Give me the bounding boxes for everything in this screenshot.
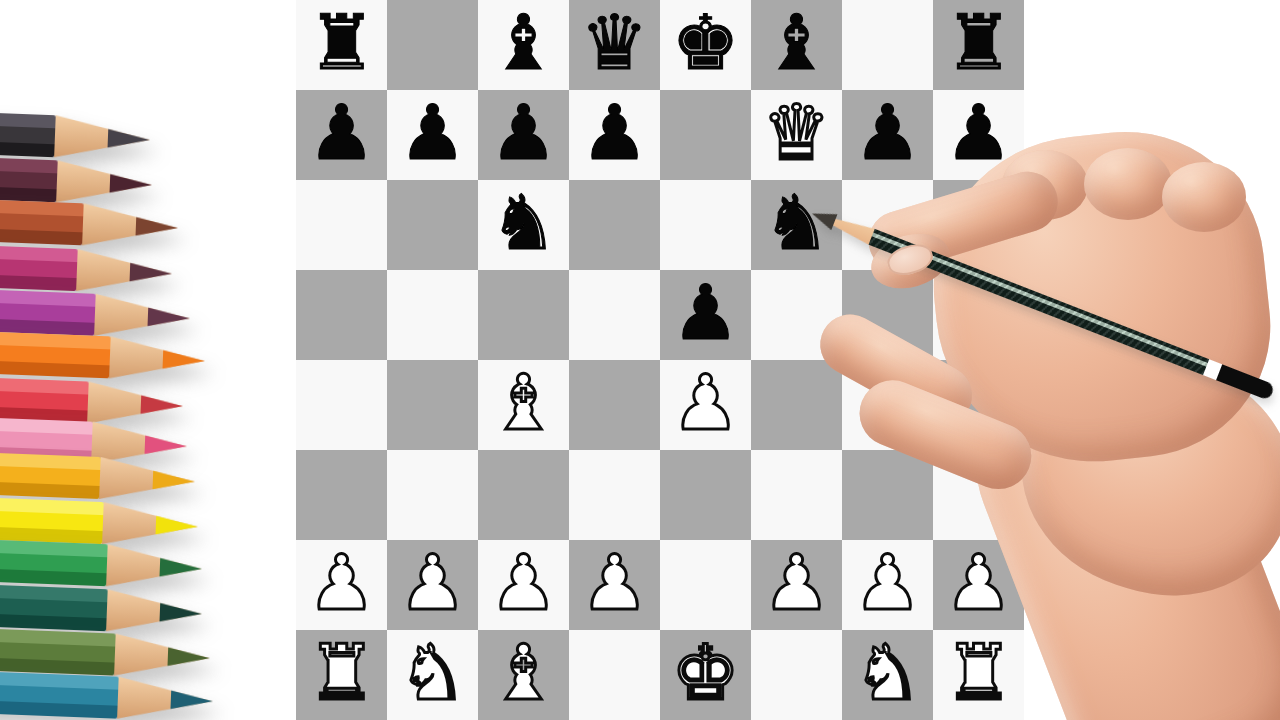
square-c3[interactable] [478, 450, 569, 540]
square-c1[interactable]: ♝ [478, 630, 569, 720]
square-g3[interactable] [842, 450, 933, 540]
square-f7[interactable]: ♛ [751, 90, 842, 180]
white-pawn: ♟ [580, 545, 648, 621]
hand-knuckle-3 [1162, 162, 1246, 232]
colored-pencil-teal-blue [0, 671, 214, 720]
square-a8[interactable]: ♜ [296, 0, 387, 90]
square-c5[interactable] [478, 270, 569, 360]
black-pawn: ♟ [489, 95, 557, 171]
white-king: ♚ [671, 635, 739, 711]
square-b1[interactable]: ♞ [387, 630, 478, 720]
colored-pencil-olive [0, 628, 211, 679]
pencil-tip [109, 336, 206, 382]
square-d1[interactable] [569, 630, 660, 720]
square-d4[interactable] [569, 360, 660, 450]
hand-knuckle-2 [1084, 148, 1172, 220]
square-b3[interactable] [387, 450, 478, 540]
white-bishop: ♝ [489, 365, 557, 441]
square-e7[interactable] [660, 90, 751, 180]
pencil-tip [82, 203, 179, 249]
white-rook: ♜ [307, 635, 375, 711]
square-a1[interactable]: ♜ [296, 630, 387, 720]
colored-pencil-amber [0, 452, 196, 503]
square-b4[interactable] [387, 360, 478, 450]
pencil-tip [102, 502, 199, 548]
pencil-body [0, 289, 96, 336]
square-h1[interactable]: ♜ [933, 630, 1024, 720]
pencil-body [0, 452, 101, 499]
square-e8[interactable]: ♚ [660, 0, 751, 90]
black-pawn: ♟ [853, 95, 921, 171]
pencil-body [0, 497, 104, 544]
colored-pencil-maroon [0, 157, 153, 206]
square-g8[interactable] [842, 0, 933, 90]
square-f4[interactable] [751, 360, 842, 450]
square-a5[interactable] [296, 270, 387, 360]
pencil-tip [87, 382, 184, 428]
square-e3[interactable] [660, 450, 751, 540]
square-d3[interactable] [569, 450, 660, 540]
black-pawn: ♟ [398, 95, 466, 171]
colored-pencil-rust [0, 199, 179, 249]
pencil-tip [54, 115, 151, 161]
square-f1[interactable] [751, 630, 842, 720]
square-g2[interactable]: ♟ [842, 540, 933, 630]
pencil-tip [94, 294, 191, 340]
square-a4[interactable] [296, 360, 387, 450]
square-e5[interactable]: ♟ [660, 270, 751, 360]
black-king: ♚ [671, 5, 739, 81]
pencil-body [0, 671, 119, 719]
square-b8[interactable] [387, 0, 478, 90]
pencil-tip [56, 160, 153, 206]
colored-pencil-black [0, 112, 151, 161]
square-d8[interactable]: ♛ [569, 0, 660, 90]
pencil-tip [99, 457, 196, 503]
pencil-body [0, 331, 111, 378]
black-knight: ♞ [489, 185, 557, 261]
colored-pencil-dark-teal [0, 584, 203, 635]
black-bishop: ♝ [762, 5, 830, 81]
black-pawn: ♟ [307, 95, 375, 171]
square-f2[interactable]: ♟ [751, 540, 842, 630]
square-b2[interactable]: ♟ [387, 540, 478, 630]
square-e2[interactable] [660, 540, 751, 630]
square-h8[interactable]: ♜ [933, 0, 1024, 90]
square-c2[interactable]: ♟ [478, 540, 569, 630]
black-pawn: ♟ [580, 95, 648, 171]
colored-pencil-green [0, 539, 203, 590]
square-d7[interactable]: ♟ [569, 90, 660, 180]
black-queen: ♛ [580, 5, 648, 81]
colored-pencil-orange [0, 331, 206, 382]
black-bishop: ♝ [489, 5, 557, 81]
pencil-tip [114, 634, 211, 680]
square-d2[interactable]: ♟ [569, 540, 660, 630]
pencil-body [0, 584, 108, 631]
pencil-body [0, 157, 58, 202]
square-c6[interactable]: ♞ [478, 180, 569, 270]
square-a7[interactable]: ♟ [296, 90, 387, 180]
pencil-body [0, 628, 116, 676]
white-pawn: ♟ [853, 545, 921, 621]
colored-pencil-magenta [0, 245, 173, 295]
square-c8[interactable]: ♝ [478, 0, 569, 90]
white-rook: ♜ [944, 635, 1012, 711]
white-pawn: ♟ [944, 545, 1012, 621]
square-f3[interactable] [751, 450, 842, 540]
white-pawn: ♟ [671, 365, 739, 441]
pencil-body [0, 245, 78, 291]
pencil-tip [106, 589, 203, 635]
square-e6[interactable] [660, 180, 751, 270]
pencil-body [0, 199, 84, 245]
black-rook: ♜ [944, 5, 1012, 81]
black-rook: ♜ [307, 5, 375, 81]
square-e4[interactable]: ♟ [660, 360, 751, 450]
pencil-body [0, 377, 89, 423]
square-d6[interactable] [569, 180, 660, 270]
square-a6[interactable] [296, 180, 387, 270]
square-c7[interactable]: ♟ [478, 90, 569, 180]
white-pawn: ♟ [762, 545, 830, 621]
colored-pencil-purple [0, 289, 191, 339]
square-c4[interactable]: ♝ [478, 360, 569, 450]
square-a3[interactable] [296, 450, 387, 540]
square-e1[interactable]: ♚ [660, 630, 751, 720]
pencil-tip [106, 544, 203, 590]
colored-pencil-yellow [0, 497, 199, 548]
white-queen: ♛ [762, 95, 830, 171]
square-b6[interactable] [387, 180, 478, 270]
white-knight: ♞ [853, 635, 921, 711]
square-g1[interactable]: ♞ [842, 630, 933, 720]
pencil-body [0, 539, 108, 586]
white-pawn: ♟ [398, 545, 466, 621]
black-pawn: ♟ [671, 275, 739, 351]
square-a2[interactable]: ♟ [296, 540, 387, 630]
square-d5[interactable] [569, 270, 660, 360]
white-knight: ♞ [398, 635, 466, 711]
square-f8[interactable]: ♝ [751, 0, 842, 90]
white-pawn: ♟ [307, 545, 375, 621]
pencil-tip [117, 677, 214, 720]
square-b7[interactable]: ♟ [387, 90, 478, 180]
white-bishop: ♝ [489, 635, 557, 711]
square-b5[interactable] [387, 270, 478, 360]
square-g7[interactable]: ♟ [842, 90, 933, 180]
pencil-tip [76, 249, 173, 295]
pencil-body [0, 112, 56, 157]
scene: ♜♝♛♚♝♜♟♟♟♟♛♟♟♞♞♟♝♟♟♟♟♟♟♟♟♜♞♝♚♞♜ [0, 0, 1280, 720]
white-pawn: ♟ [489, 545, 557, 621]
